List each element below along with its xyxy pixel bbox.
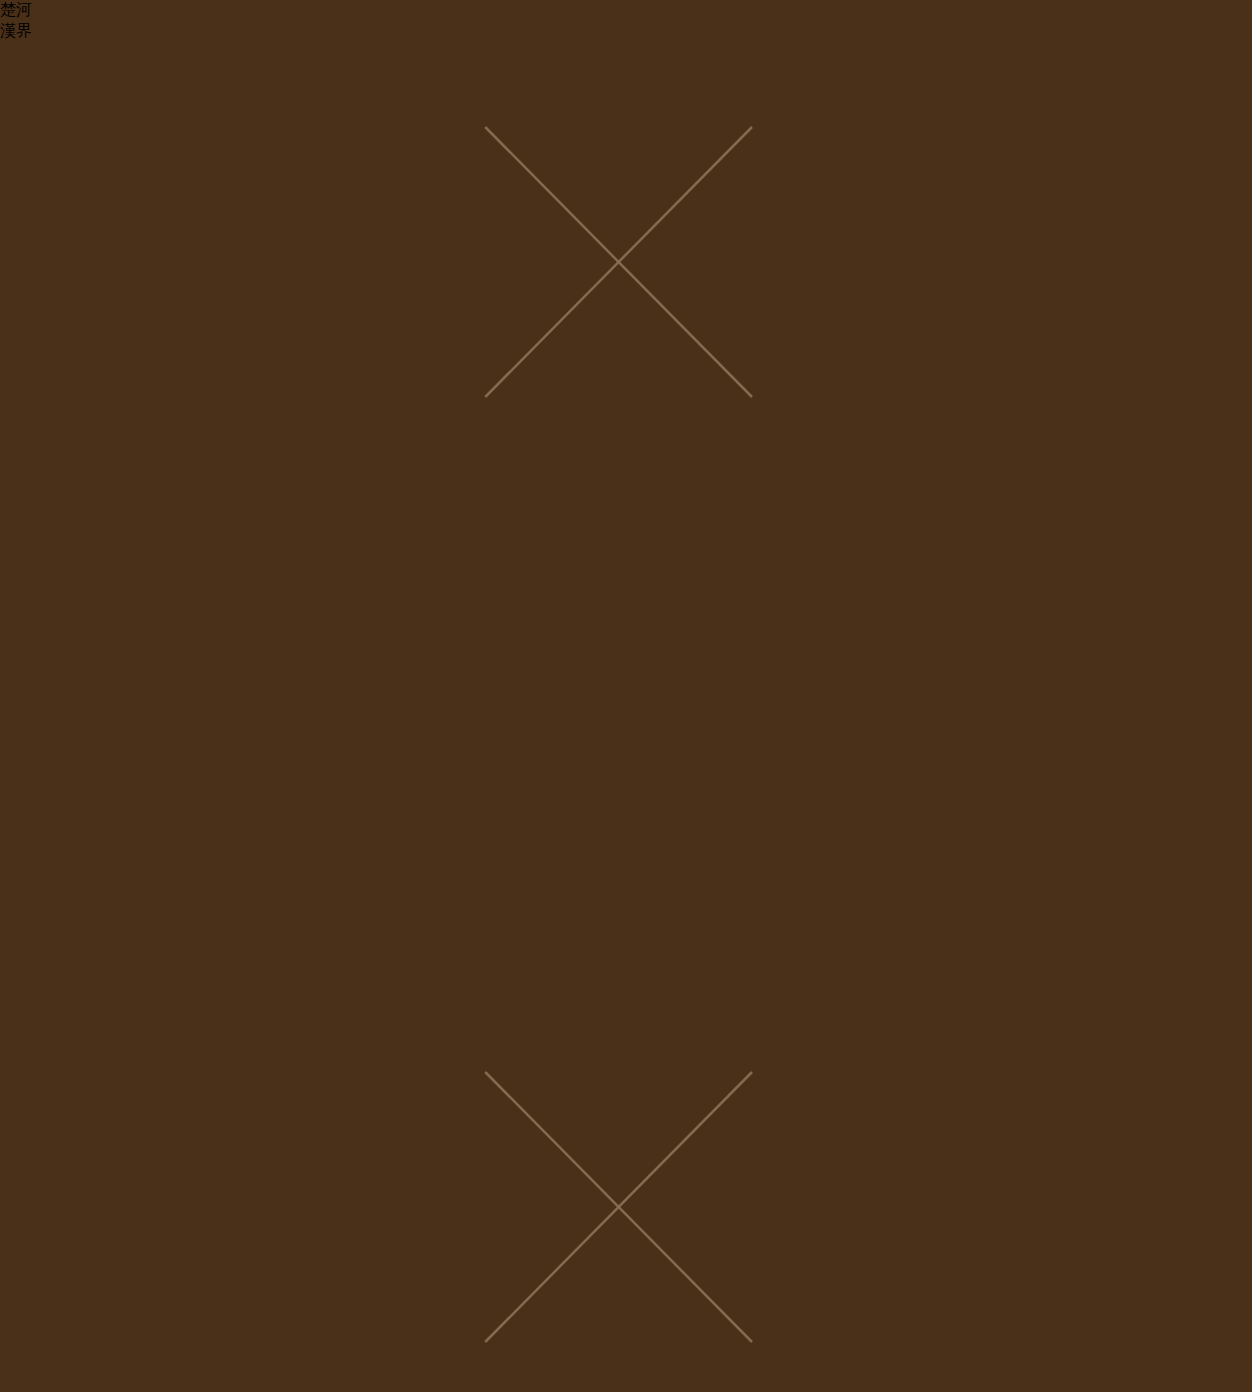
river-text-left: 楚河 [0, 0, 1252, 21]
board-grid-lines [0, 42, 1252, 1392]
river-text-right: 漢界 [0, 21, 1252, 42]
xiangqi-board-screenshot: 楚河 漢界 車馬象士将士象馬車炮炮卒卒卒卒卒兵兵兵兵兵炮炮車馬相仕帥仕相馬車 底… [0, 0, 1252, 1392]
